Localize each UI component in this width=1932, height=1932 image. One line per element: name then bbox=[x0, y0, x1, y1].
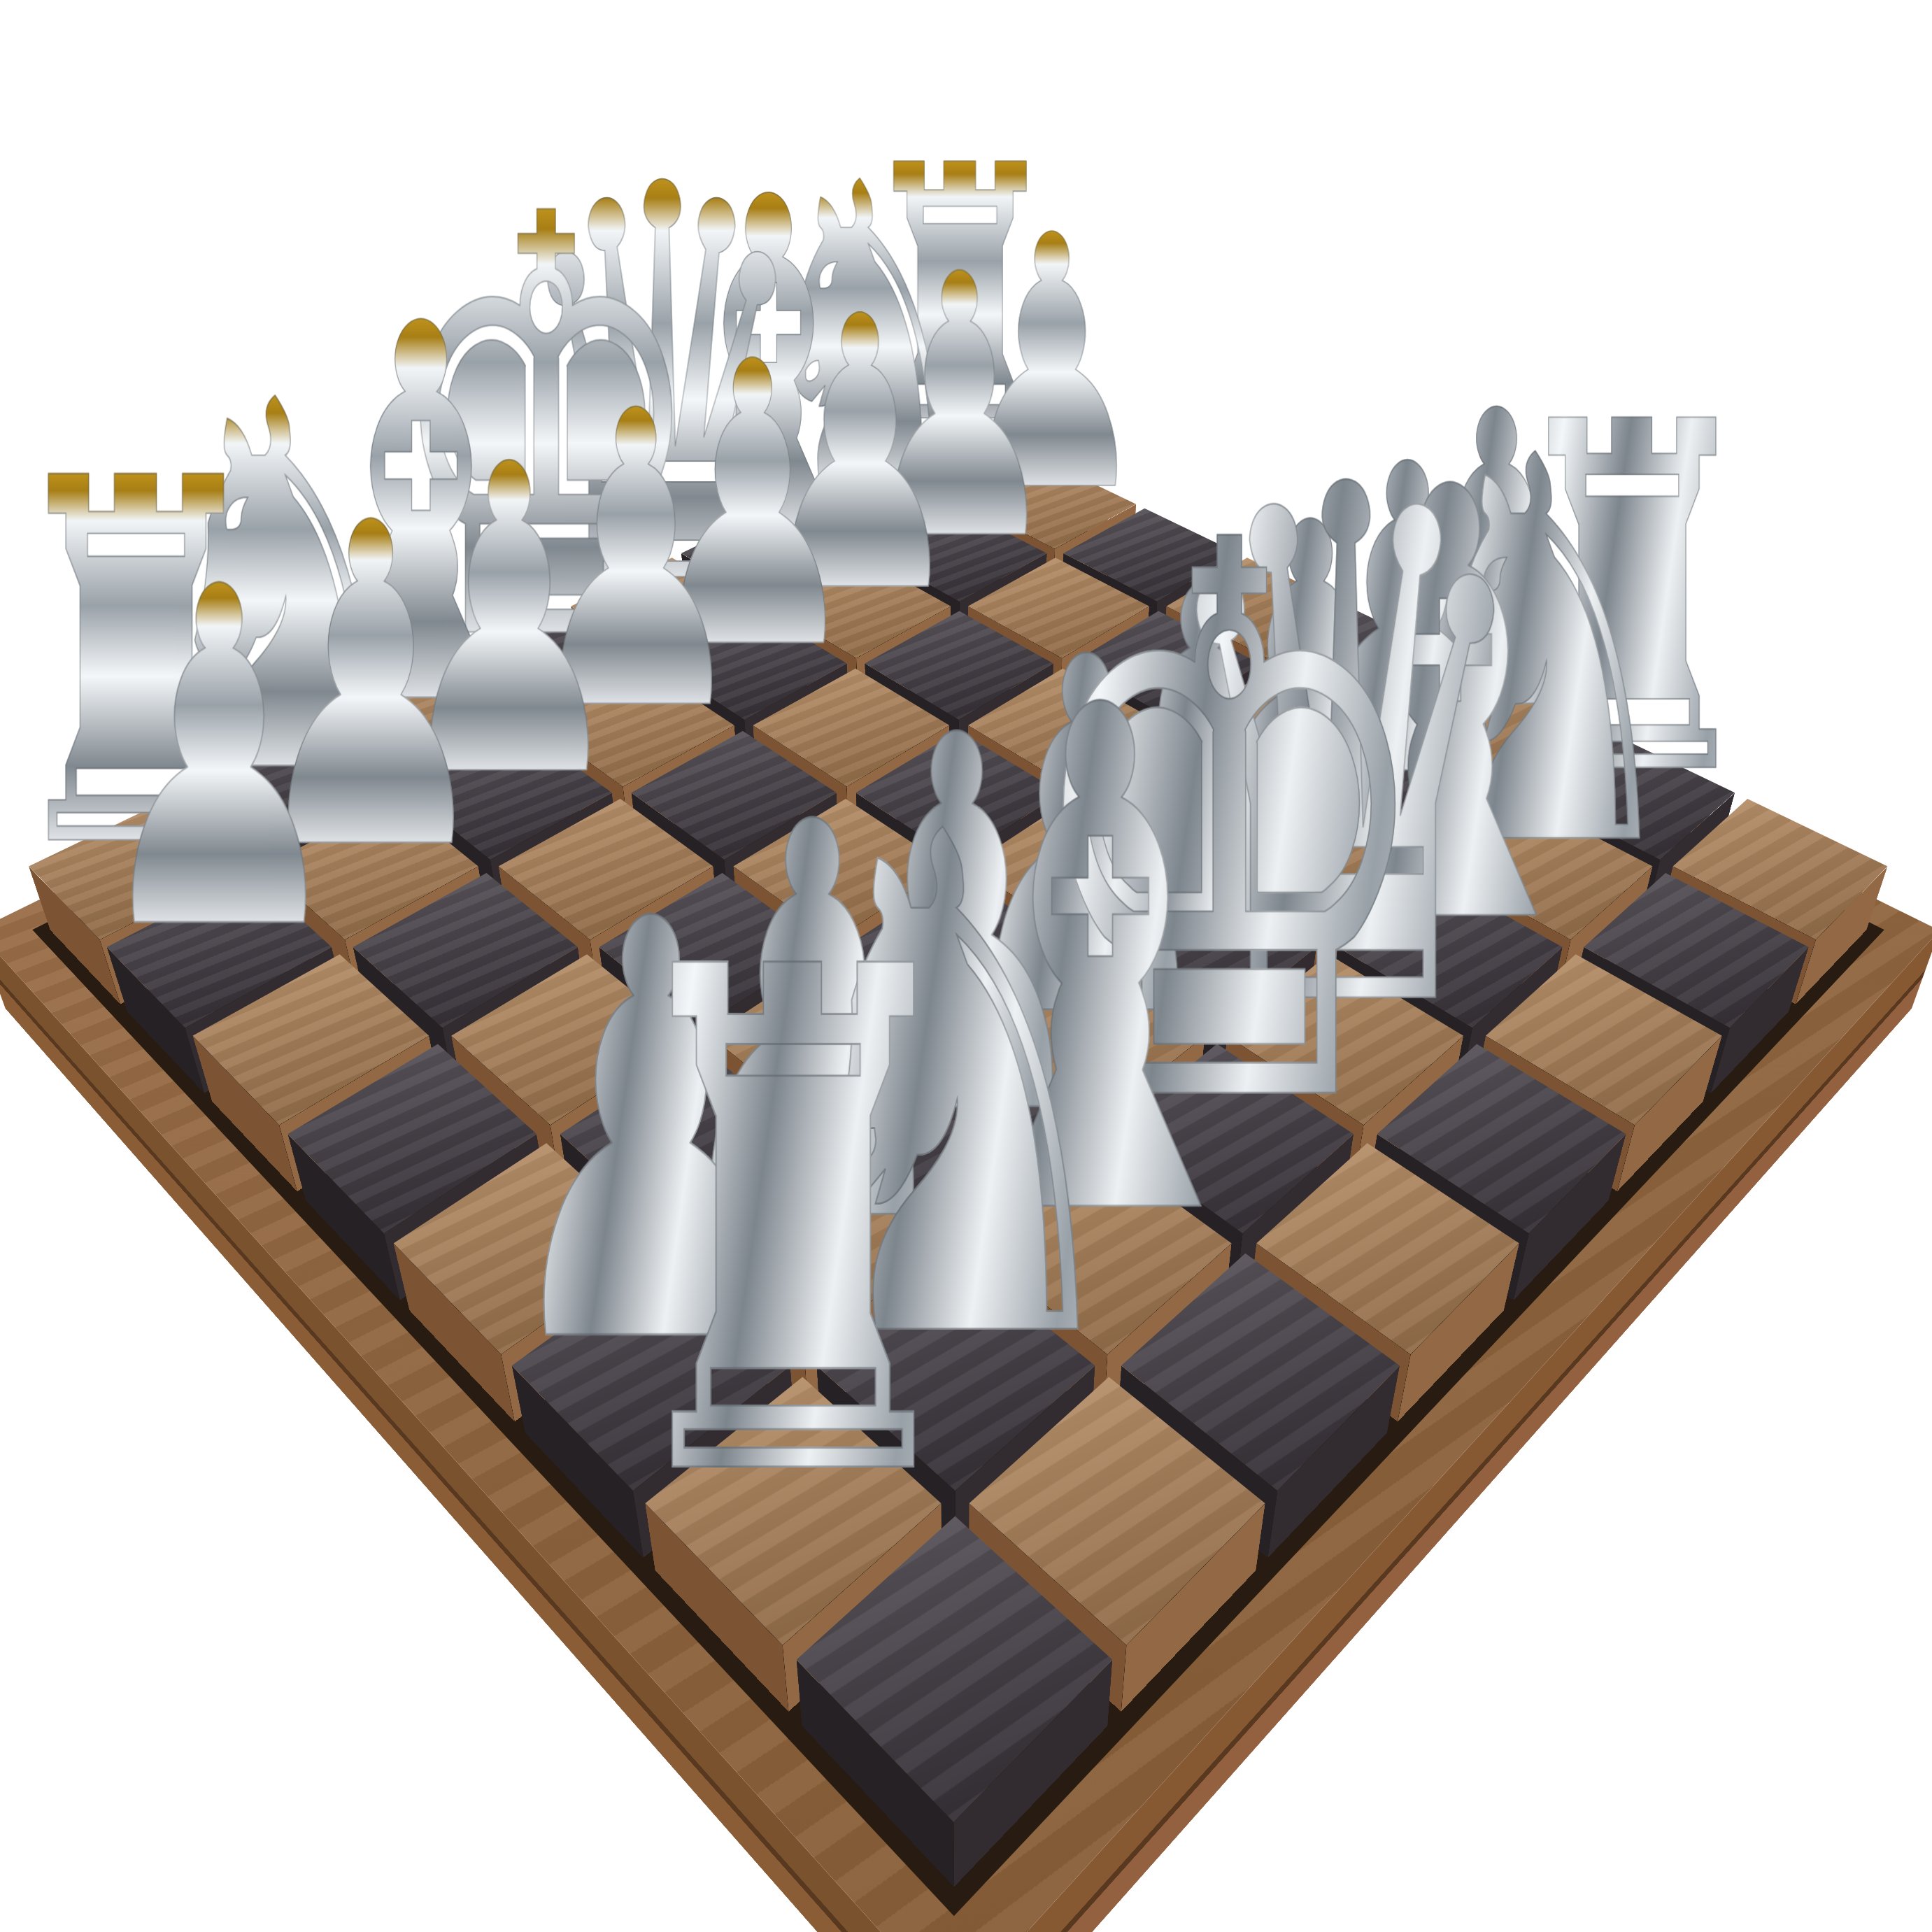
scene: ♜♟♟♜♞♟♟♞♝♟♟♝♛♟♟♛♚♟♟♚♝♟♟♝♞♟♟♞♜♟♟♜ bbox=[0, 0, 1932, 1932]
board-world: ♜♟♟♜♞♟♟♞♝♟♟♝♛♟♟♛♚♟♟♚♝♟♟♝♞♟♟♞♜♟♟♜ bbox=[41, 471, 1877, 1904]
white-pawn-glyph: ♟ bbox=[90, 528, 349, 993]
chess-board: ♜♟♟♜♞♟♟♞♝♟♟♝♛♟♟♛♚♟♟♚♝♟♟♝♞♟♟♞♜♟♟♜ bbox=[41, 471, 1877, 1904]
black-rook-glyph: ♜ bbox=[601, 881, 985, 1572]
photo-canvas: { "game": "chess", "scene": { "backgroun… bbox=[0, 0, 1932, 1932]
